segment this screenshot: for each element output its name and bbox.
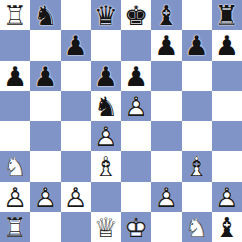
square-e5[interactable]: ♟♙: [121, 91, 151, 121]
square-b5[interactable]: [30, 91, 60, 121]
square-g2[interactable]: [182, 182, 212, 212]
square-h2[interactable]: ♟♙: [212, 182, 242, 212]
white-pawn-icon: ♟: [94, 123, 118, 150]
square-d8[interactable]: ♛: [91, 0, 121, 30]
white-bishop-icon: ♝: [94, 153, 118, 180]
chess-board-wrap: ♜♖♞♛♚♝♜♟♟♟♟♟♟♟♟♞♟♙♟♙♞♘♝♗♝♗♟♙♟♙♟♙♟♙♟♙♜♖♛♕…: [0, 0, 242, 242]
chess-board: ♜♖♞♛♚♝♜♟♟♟♟♟♟♟♟♞♟♙♟♙♞♘♝♗♝♗♟♙♟♙♟♙♟♙♟♙♜♖♛♕…: [0, 0, 242, 242]
square-g8[interactable]: [182, 0, 212, 30]
piece-black-pawn[interactable]: ♟: [0, 61, 30, 91]
piece-white-pawn[interactable]: ♟♙: [61, 182, 91, 212]
white-rook-icon: ♜: [3, 2, 27, 29]
piece-white-rook[interactable]: ♜♖: [0, 0, 30, 30]
white-knight-icon: ♞: [185, 213, 209, 240]
square-a5[interactable]: [0, 91, 30, 121]
white-king-icon: ♚: [124, 213, 148, 240]
piece-black-pawn[interactable]: ♟: [61, 30, 91, 60]
square-a8[interactable]: ♜♖: [0, 0, 30, 30]
square-d7[interactable]: [91, 30, 121, 60]
black-rook-icon: ♜: [215, 2, 239, 29]
square-d6[interactable]: ♟: [91, 61, 121, 91]
black-pawn-icon: ♟: [215, 32, 239, 59]
square-c6[interactable]: [61, 61, 91, 91]
square-a3[interactable]: ♞♘: [0, 151, 30, 181]
white-pawn-outline-icon: ♙: [64, 183, 88, 210]
piece-black-queen[interactable]: ♛: [91, 0, 121, 30]
square-g5[interactable]: [182, 91, 212, 121]
white-pawn-outline-icon: ♙: [124, 92, 148, 119]
white-queen-icon: ♛: [94, 213, 118, 240]
square-f7[interactable]: ♟: [151, 30, 181, 60]
square-b3[interactable]: [30, 151, 60, 181]
piece-white-pawn[interactable]: ♟♙: [212, 182, 242, 212]
square-h5[interactable]: [212, 91, 242, 121]
black-pawn-icon: ♟: [33, 62, 57, 89]
square-b4[interactable]: [30, 121, 60, 151]
square-a7[interactable]: [0, 30, 30, 60]
square-h4[interactable]: [212, 121, 242, 151]
white-pawn-outline-icon: ♙: [154, 183, 178, 210]
black-pawn-icon: ♟: [94, 62, 118, 89]
white-bishop-outline-icon: ♗: [185, 153, 209, 180]
piece-black-king[interactable]: ♚: [121, 0, 151, 30]
white-pawn-icon: ♟: [124, 92, 148, 119]
square-h3[interactable]: [212, 151, 242, 181]
square-f3[interactable]: [151, 151, 181, 181]
piece-white-pawn[interactable]: ♟♙: [0, 182, 30, 212]
square-g6[interactable]: [182, 61, 212, 91]
piece-black-pawn[interactable]: ♟: [151, 30, 181, 60]
black-pawn-icon: ♟: [185, 32, 209, 59]
white-bishop-outline-icon: ♗: [94, 153, 118, 180]
piece-white-bishop[interactable]: ♝♗: [182, 151, 212, 181]
square-d1[interactable]: ♛♕: [91, 212, 121, 242]
white-queen-outline-icon: ♕: [94, 213, 118, 240]
square-c3[interactable]: [61, 151, 91, 181]
black-knight-icon: ♞: [94, 92, 118, 119]
square-c4[interactable]: [61, 121, 91, 151]
square-c1[interactable]: [61, 212, 91, 242]
black-pawn-icon: ♟: [3, 62, 27, 89]
piece-black-bishop[interactable]: ♝: [151, 0, 181, 30]
square-c5[interactable]: [61, 91, 91, 121]
square-e6[interactable]: ♟: [121, 61, 151, 91]
white-pawn-outline-icon: ♙: [33, 183, 57, 210]
square-e4[interactable]: [121, 121, 151, 151]
piece-black-pawn[interactable]: ♟: [30, 61, 60, 91]
square-h6[interactable]: [212, 61, 242, 91]
black-pawn-icon: ♟: [154, 32, 178, 59]
white-pawn-icon: ♟: [3, 183, 27, 210]
white-pawn-outline-icon: ♙: [215, 183, 239, 210]
white-pawn-outline-icon: ♙: [94, 123, 118, 150]
piece-white-knight[interactable]: ♞♘: [0, 151, 30, 181]
square-b1[interactable]: [30, 212, 60, 242]
square-d2[interactable]: [91, 182, 121, 212]
white-rook-outline-icon: ♖: [3, 213, 27, 240]
square-f4[interactable]: [151, 121, 181, 151]
square-h1[interactable]: ♝: [212, 212, 242, 242]
piece-black-knight[interactable]: ♞: [91, 91, 121, 121]
square-e3[interactable]: [121, 151, 151, 181]
piece-white-knight[interactable]: ♞♘: [182, 212, 212, 242]
piece-black-bishop[interactable]: ♝: [212, 212, 242, 242]
white-pawn-icon: ♟: [154, 183, 178, 210]
white-knight-icon: ♞: [3, 153, 27, 180]
square-c7[interactable]: ♟: [61, 30, 91, 60]
piece-black-pawn[interactable]: ♟: [91, 61, 121, 91]
piece-white-king[interactable]: ♚♔: [121, 212, 151, 242]
piece-white-queen[interactable]: ♛♕: [91, 212, 121, 242]
white-pawn-icon: ♟: [215, 183, 239, 210]
piece-black-rook[interactable]: ♜: [212, 0, 242, 30]
piece-white-bishop[interactable]: ♝♗: [91, 151, 121, 181]
square-b6[interactable]: ♟: [30, 61, 60, 91]
piece-white-rook[interactable]: ♜♖: [0, 212, 30, 242]
white-pawn-outline-icon: ♙: [3, 183, 27, 210]
square-a2[interactable]: ♟♙: [0, 182, 30, 212]
piece-white-pawn[interactable]: ♟♙: [30, 182, 60, 212]
square-f6[interactable]: [151, 61, 181, 91]
square-g1[interactable]: ♞♘: [182, 212, 212, 242]
piece-black-pawn[interactable]: ♟: [212, 30, 242, 60]
square-f5[interactable]: [151, 91, 181, 121]
square-a6[interactable]: ♟: [0, 61, 30, 91]
black-pawn-icon: ♟: [124, 62, 148, 89]
piece-white-pawn[interactable]: ♟♙: [151, 182, 181, 212]
white-bishop-icon: ♝: [185, 153, 209, 180]
square-e7[interactable]: [121, 30, 151, 60]
square-h7[interactable]: ♟: [212, 30, 242, 60]
square-b7[interactable]: [30, 30, 60, 60]
square-f2[interactable]: ♟♙: [151, 182, 181, 212]
piece-black-knight[interactable]: ♞: [30, 0, 60, 30]
square-g4[interactable]: [182, 121, 212, 151]
black-knight-icon: ♞: [33, 2, 57, 29]
square-d4[interactable]: ♟♙: [91, 121, 121, 151]
white-pawn-icon: ♟: [64, 183, 88, 210]
square-g3[interactable]: ♝♗: [182, 151, 212, 181]
piece-black-pawn[interactable]: ♟: [182, 30, 212, 60]
white-rook-outline-icon: ♖: [3, 2, 27, 29]
white-knight-outline-icon: ♘: [185, 213, 209, 240]
square-a4[interactable]: [0, 121, 30, 151]
piece-black-pawn[interactable]: ♟: [121, 61, 151, 91]
square-e8[interactable]: ♚: [121, 0, 151, 30]
square-f1[interactable]: [151, 212, 181, 242]
square-e1[interactable]: ♚♔: [121, 212, 151, 242]
square-f8[interactable]: ♝: [151, 0, 181, 30]
square-c8[interactable]: [61, 0, 91, 30]
black-king-icon: ♚: [124, 2, 148, 29]
square-a1[interactable]: ♜♖: [0, 212, 30, 242]
square-g7[interactable]: ♟: [182, 30, 212, 60]
piece-white-pawn[interactable]: ♟♙: [91, 121, 121, 151]
black-queen-icon: ♛: [94, 2, 118, 29]
square-d5[interactable]: ♞: [91, 91, 121, 121]
square-d3[interactable]: ♝♗: [91, 151, 121, 181]
white-king-outline-icon: ♔: [124, 213, 148, 240]
black-pawn-icon: ♟: [64, 32, 88, 59]
square-h8[interactable]: ♜: [212, 0, 242, 30]
white-knight-outline-icon: ♘: [3, 153, 27, 180]
piece-white-pawn[interactable]: ♟♙: [121, 91, 151, 121]
square-b2[interactable]: ♟♙: [30, 182, 60, 212]
square-c2[interactable]: ♟♙: [61, 182, 91, 212]
square-b8[interactable]: ♞: [30, 0, 60, 30]
black-bishop-icon: ♝: [154, 2, 178, 29]
black-bishop-icon: ♝: [215, 213, 239, 240]
white-rook-icon: ♜: [3, 213, 27, 240]
square-e2[interactable]: [121, 182, 151, 212]
white-pawn-icon: ♟: [33, 183, 57, 210]
